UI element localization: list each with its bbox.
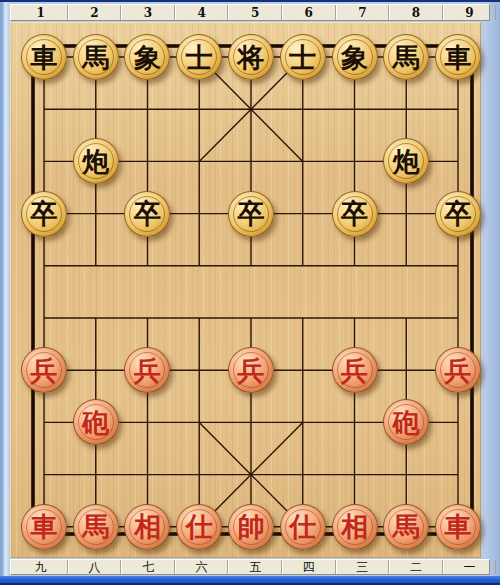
- board-point[interactable]: 将: [225, 31, 277, 83]
- board-point[interactable]: [329, 240, 381, 292]
- board-point[interactable]: [122, 240, 174, 292]
- board-point[interactable]: [225, 240, 277, 292]
- board-point[interactable]: [70, 83, 122, 135]
- board-point[interactable]: 卒: [18, 188, 70, 240]
- board-point[interactable]: 卒: [122, 188, 174, 240]
- board-point[interactable]: 車: [432, 501, 484, 553]
- file-labels-bottom: 九八七六五四三二一: [10, 559, 490, 575]
- file-label-top: 2: [68, 5, 122, 20]
- board-point[interactable]: [380, 344, 432, 396]
- piece-black-horse[interactable]: 馬: [383, 34, 429, 80]
- board-point[interactable]: [225, 449, 277, 501]
- board-point[interactable]: [277, 240, 329, 292]
- file-label-top: 6: [282, 5, 336, 20]
- board-point[interactable]: 象: [329, 31, 381, 83]
- board-point[interactable]: [432, 396, 484, 448]
- board-point[interactable]: [122, 396, 174, 448]
- board-grid: 車馬象士将士象馬車炮炮卒卒卒卒卒兵兵兵兵兵砲砲車馬相仕帥仕相馬車: [18, 31, 484, 553]
- board-point[interactable]: 卒: [329, 188, 381, 240]
- board-point[interactable]: [225, 83, 277, 135]
- board-point[interactable]: [70, 344, 122, 396]
- board-point[interactable]: 帥: [225, 501, 277, 553]
- file-label-bottom: 二: [389, 560, 443, 574]
- board-point[interactable]: [173, 135, 225, 187]
- board-point[interactable]: [18, 83, 70, 135]
- board-point[interactable]: 士: [173, 31, 225, 83]
- piece-red-soldier[interactable]: 兵: [124, 347, 170, 393]
- board-point[interactable]: 馬: [380, 31, 432, 83]
- piece-black-general[interactable]: 将: [228, 34, 274, 80]
- board-point[interactable]: [70, 188, 122, 240]
- board-point[interactable]: [380, 188, 432, 240]
- board-point[interactable]: [173, 83, 225, 135]
- board-point[interactable]: [329, 135, 381, 187]
- file-label-top: 5: [228, 5, 282, 20]
- file-label-top: 8: [389, 5, 443, 20]
- piece-red-chariot[interactable]: 車: [21, 504, 67, 550]
- board-point[interactable]: [329, 396, 381, 448]
- board-point[interactable]: [277, 292, 329, 344]
- board-point[interactable]: [329, 83, 381, 135]
- board-point[interactable]: [432, 135, 484, 187]
- piece-black-soldier[interactable]: 卒: [21, 191, 67, 237]
- board-point[interactable]: [225, 292, 277, 344]
- board-point[interactable]: 車: [432, 31, 484, 83]
- piece-red-general[interactable]: 帥: [228, 504, 274, 550]
- board-point[interactable]: 砲: [70, 396, 122, 448]
- board-point[interactable]: [380, 449, 432, 501]
- piece-black-chariot[interactable]: 車: [435, 34, 481, 80]
- piece-black-cannon[interactable]: 炮: [383, 138, 429, 184]
- board-point[interactable]: 馬: [70, 501, 122, 553]
- piece-black-soldier[interactable]: 卒: [228, 191, 274, 237]
- board-point[interactable]: [173, 240, 225, 292]
- piece-red-elephant[interactable]: 相: [332, 504, 378, 550]
- file-label-top: 9: [443, 5, 497, 20]
- piece-red-soldier[interactable]: 兵: [228, 347, 274, 393]
- file-label-top: 7: [336, 5, 390, 20]
- piece-red-soldier[interactable]: 兵: [332, 347, 378, 393]
- board-point[interactable]: 砲: [380, 396, 432, 448]
- xiangqi-window: 123456789 車馬象士将士象馬車炮炮卒卒卒卒卒兵兵兵兵兵砲砲車馬相仕帥仕相…: [0, 0, 500, 585]
- board-point[interactable]: [380, 240, 432, 292]
- board-point[interactable]: [277, 188, 329, 240]
- file-label-bottom: 四: [282, 560, 336, 574]
- board-point[interactable]: [173, 344, 225, 396]
- board-point[interactable]: [380, 292, 432, 344]
- piece-black-cannon[interactable]: 炮: [73, 138, 119, 184]
- piece-red-chariot[interactable]: 車: [435, 504, 481, 550]
- board-point[interactable]: [432, 83, 484, 135]
- piece-black-horse[interactable]: 馬: [73, 34, 119, 80]
- board-point[interactable]: 相: [329, 501, 381, 553]
- window-top-edge: [0, 0, 500, 2]
- board-point[interactable]: [277, 83, 329, 135]
- piece-black-advisor[interactable]: 士: [176, 34, 222, 80]
- piece-black-advisor[interactable]: 士: [280, 34, 326, 80]
- board-point[interactable]: 卒: [225, 188, 277, 240]
- board-point[interactable]: 象: [122, 31, 174, 83]
- board-point[interactable]: 兵: [18, 344, 70, 396]
- piece-black-elephant[interactable]: 象: [124, 34, 170, 80]
- board-point[interactable]: [122, 292, 174, 344]
- board-point[interactable]: 馬: [380, 501, 432, 553]
- board-point[interactable]: [173, 292, 225, 344]
- board-point[interactable]: [122, 449, 174, 501]
- piece-red-horse[interactable]: 馬: [383, 504, 429, 550]
- board-point[interactable]: [225, 135, 277, 187]
- board-point[interactable]: 馬: [70, 31, 122, 83]
- file-label-bottom: 五: [228, 560, 282, 574]
- board-point[interactable]: 士: [277, 31, 329, 83]
- file-label-bottom: 三: [336, 560, 390, 574]
- piece-red-cannon[interactable]: 砲: [73, 399, 119, 445]
- window-bottom-bar: [0, 576, 500, 583]
- board-point[interactable]: [122, 83, 174, 135]
- board-point[interactable]: [70, 449, 122, 501]
- piece-black-soldier[interactable]: 卒: [332, 191, 378, 237]
- file-label-bottom: 九: [15, 560, 68, 574]
- file-label-top: 1: [15, 5, 68, 20]
- board-point[interactable]: [329, 292, 381, 344]
- board-point[interactable]: [18, 449, 70, 501]
- board-point[interactable]: 仕: [173, 501, 225, 553]
- board-point[interactable]: 兵: [432, 344, 484, 396]
- board-point[interactable]: [18, 292, 70, 344]
- board-point[interactable]: [70, 240, 122, 292]
- piece-red-soldier[interactable]: 兵: [21, 347, 67, 393]
- board-point[interactable]: [277, 449, 329, 501]
- board-point[interactable]: 炮: [380, 135, 432, 187]
- board-point[interactable]: 車: [18, 31, 70, 83]
- board-point[interactable]: [70, 292, 122, 344]
- board-point[interactable]: [277, 135, 329, 187]
- piece-red-soldier[interactable]: 兵: [435, 347, 481, 393]
- file-label-bottom: 七: [121, 560, 175, 574]
- piece-red-advisor[interactable]: 仕: [176, 504, 222, 550]
- board-point[interactable]: [18, 240, 70, 292]
- piece-red-advisor[interactable]: 仕: [280, 504, 326, 550]
- piece-red-elephant[interactable]: 相: [124, 504, 170, 550]
- board-point[interactable]: [380, 83, 432, 135]
- board-point[interactable]: [277, 344, 329, 396]
- board-point[interactable]: [432, 240, 484, 292]
- board-point[interactable]: 車: [18, 501, 70, 553]
- board-point[interactable]: [18, 135, 70, 187]
- file-labels-top: 123456789: [10, 4, 490, 21]
- piece-black-soldier[interactable]: 卒: [435, 191, 481, 237]
- board-point[interactable]: [173, 449, 225, 501]
- board-point[interactable]: 仕: [277, 501, 329, 553]
- board-point[interactable]: [173, 396, 225, 448]
- piece-red-cannon[interactable]: 砲: [383, 399, 429, 445]
- board-point[interactable]: 卒: [432, 188, 484, 240]
- board-point[interactable]: 兵: [122, 344, 174, 396]
- file-label-top: 4: [175, 5, 229, 20]
- board-point[interactable]: [225, 396, 277, 448]
- board-point[interactable]: [173, 188, 225, 240]
- board-point[interactable]: [122, 135, 174, 187]
- file-label-top: 3: [121, 5, 175, 20]
- board-point[interactable]: [277, 396, 329, 448]
- file-label-bottom: 六: [175, 560, 229, 574]
- piece-red-horse[interactable]: 馬: [73, 504, 119, 550]
- board-point[interactable]: 兵: [225, 344, 277, 396]
- board-point[interactable]: [432, 292, 484, 344]
- piece-black-elephant[interactable]: 象: [332, 34, 378, 80]
- piece-black-chariot[interactable]: 車: [21, 34, 67, 80]
- piece-black-soldier[interactable]: 卒: [124, 191, 170, 237]
- board-point[interactable]: 相: [122, 501, 174, 553]
- board-point[interactable]: [432, 449, 484, 501]
- board-point[interactable]: [18, 396, 70, 448]
- file-label-bottom: 八: [68, 560, 122, 574]
- board-point[interactable]: 兵: [329, 344, 381, 396]
- board-point[interactable]: 炮: [70, 135, 122, 187]
- file-label-bottom: 一: [443, 560, 497, 574]
- board-point[interactable]: [329, 449, 381, 501]
